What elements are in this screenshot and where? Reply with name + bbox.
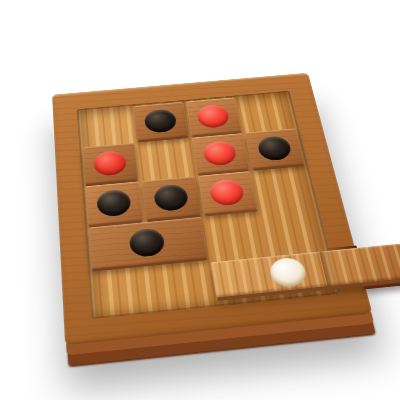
red-dot-marker <box>202 140 238 166</box>
puzzle-board-3d-wrapper <box>52 73 372 346</box>
tile-black-dot[interactable] <box>245 128 305 168</box>
product-photo-scene: Khun Phaen / Klotski-style wooden slidin… <box>0 0 400 400</box>
wooden-tray <box>52 73 372 346</box>
tile-black-dot[interactable] <box>85 181 143 225</box>
tile-black-dot[interactable] <box>133 102 189 141</box>
black-dot-marker <box>143 109 177 134</box>
red-dot-marker <box>93 150 127 177</box>
black-dot-marker <box>256 135 293 161</box>
red-dot-marker <box>209 178 246 206</box>
black-dot-marker <box>153 184 189 212</box>
tile-red-dot[interactable] <box>82 143 138 184</box>
tile-black-dot[interactable] <box>141 176 200 220</box>
tile-red-dot[interactable] <box>197 171 257 214</box>
black-dot-marker <box>96 189 132 218</box>
red-dot-marker <box>196 104 231 129</box>
black-dot-marker <box>129 228 166 258</box>
white-dot-marker <box>268 257 309 289</box>
tile-black-dot[interactable] <box>88 217 207 269</box>
tile-red-dot[interactable] <box>191 133 249 174</box>
tile-red-dot[interactable] <box>185 97 242 135</box>
